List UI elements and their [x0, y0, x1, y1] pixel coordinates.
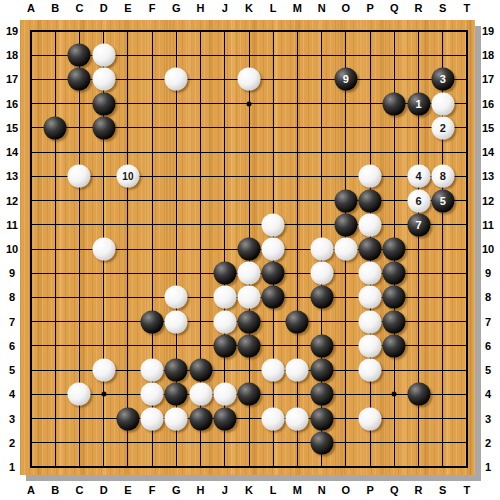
stone-white-M5[interactable] [286, 359, 309, 382]
coord-label-bottom-M: M [293, 484, 302, 496]
move-number-2: 2 [431, 116, 454, 139]
coord-label-right-7: 7 [485, 316, 491, 328]
stone-white-J7[interactable] [213, 310, 236, 333]
move-number-10: 10 [116, 165, 139, 188]
stone-black-K6[interactable] [238, 334, 261, 357]
stone-black-O11[interactable] [334, 213, 357, 236]
coord-label-bottom-L: L [270, 484, 277, 496]
stone-black-N8[interactable] [310, 286, 333, 309]
coord-label-left-2: 2 [9, 437, 15, 449]
coord-label-top-A: A [27, 2, 35, 14]
stone-black-N4[interactable] [310, 383, 333, 406]
coord-label-top-N: N [318, 2, 326, 14]
stone-white-D18[interactable] [92, 44, 115, 67]
coord-label-top-J: J [222, 2, 228, 14]
stone-white-F3[interactable] [141, 407, 164, 430]
stone-black-L9[interactable] [262, 262, 285, 285]
coord-label-right-8: 8 [485, 291, 491, 303]
stone-white-F5[interactable] [141, 359, 164, 382]
stone-black-K10[interactable] [238, 238, 261, 261]
coord-label-bottom-B: B [51, 484, 59, 496]
stone-black-J3[interactable] [213, 407, 236, 430]
stone-black-E3[interactable] [116, 407, 139, 430]
stone-white-P7[interactable] [359, 310, 382, 333]
coord-label-top-Q: Q [390, 2, 399, 14]
stone-black-P12[interactable] [359, 189, 382, 212]
stone-white-G3[interactable] [165, 407, 188, 430]
coord-label-left-13: 13 [6, 170, 18, 182]
coord-label-bottom-T: T [464, 484, 471, 496]
coord-label-right-18: 18 [482, 49, 494, 61]
coord-label-left-7: 7 [9, 316, 15, 328]
coord-label-right-6: 6 [485, 340, 491, 352]
stone-white-P11[interactable] [359, 213, 382, 236]
coord-label-bottom-S: S [439, 484, 446, 496]
coord-label-left-17: 17 [6, 73, 18, 85]
coord-label-left-11: 11 [6, 219, 18, 231]
stone-black-Q16[interactable] [383, 92, 406, 115]
stone-black-K7[interactable] [238, 310, 261, 333]
stone-black-Q7[interactable] [383, 310, 406, 333]
stone-black-G5[interactable] [165, 359, 188, 382]
coord-label-top-T: T [464, 2, 471, 14]
stone-black-O12[interactable] [334, 189, 357, 212]
coord-label-bottom-R: R [415, 484, 423, 496]
stone-white-J8[interactable] [213, 286, 236, 309]
stone-white-N10[interactable] [310, 238, 333, 261]
move-number-9: 9 [334, 68, 357, 91]
stone-black-Q6[interactable] [383, 334, 406, 357]
coord-label-bottom-C: C [75, 484, 83, 496]
coord-label-bottom-O: O [342, 484, 351, 496]
coord-label-right-10: 10 [482, 243, 494, 255]
stone-black-S12[interactable]: 5 [431, 189, 454, 212]
stone-white-K8[interactable] [238, 286, 261, 309]
coord-label-right-9: 9 [485, 267, 491, 279]
stone-white-N9[interactable] [310, 262, 333, 285]
stone-black-R16[interactable]: 1 [407, 92, 430, 115]
stone-white-K17[interactable] [238, 68, 261, 91]
coord-label-bottom-G: G [172, 484, 181, 496]
coord-label-left-14: 14 [6, 146, 18, 158]
stone-white-J4[interactable] [213, 383, 236, 406]
coord-label-top-S: S [439, 2, 446, 14]
stone-white-G17[interactable] [165, 68, 188, 91]
star-point-K16 [247, 101, 252, 106]
coord-label-bottom-A: A [27, 484, 35, 496]
move-number-3: 3 [431, 68, 454, 91]
stone-black-Q10[interactable] [383, 238, 406, 261]
coord-label-left-12: 12 [6, 195, 18, 207]
coord-label-right-13: 13 [482, 170, 494, 182]
stone-white-M3[interactable] [286, 407, 309, 430]
stone-black-S17[interactable]: 3 [431, 68, 454, 91]
stone-black-N5[interactable] [310, 359, 333, 382]
stone-white-G7[interactable] [165, 310, 188, 333]
stone-white-O10[interactable] [334, 238, 357, 261]
coord-label-left-8: 8 [9, 291, 15, 303]
stone-black-J9[interactable] [213, 262, 236, 285]
coord-label-bottom-J: J [222, 484, 228, 496]
stone-black-H3[interactable] [189, 407, 212, 430]
coord-label-top-O: O [342, 2, 351, 14]
coord-label-top-P: P [366, 2, 373, 14]
stone-black-H5[interactable] [189, 359, 212, 382]
coord-label-top-R: R [415, 2, 423, 14]
stone-white-H4[interactable] [189, 383, 212, 406]
stone-white-R12[interactable]: 6 [407, 189, 430, 212]
coord-label-right-17: 17 [482, 73, 494, 85]
stone-white-G8[interactable] [165, 286, 188, 309]
coord-label-left-16: 16 [6, 98, 18, 110]
stone-black-R11[interactable]: 7 [407, 213, 430, 236]
stone-white-S13[interactable]: 8 [431, 165, 454, 188]
coord-label-bottom-D: D [100, 484, 108, 496]
coord-label-right-12: 12 [482, 195, 494, 207]
stone-white-D5[interactable] [92, 359, 115, 382]
stone-black-B15[interactable] [44, 116, 67, 139]
coord-label-bottom-E: E [124, 484, 131, 496]
stone-black-F7[interactable] [141, 310, 164, 333]
coord-label-left-6: 6 [9, 340, 15, 352]
coord-label-right-15: 15 [482, 122, 494, 134]
coord-label-left-18: 18 [6, 49, 18, 61]
coord-label-right-4: 4 [485, 388, 491, 400]
coord-label-bottom-P: P [366, 484, 373, 496]
stone-white-P3[interactable] [359, 407, 382, 430]
coord-label-bottom-N: N [318, 484, 326, 496]
star-point-D4 [101, 392, 106, 397]
stone-white-L5[interactable] [262, 359, 285, 382]
stone-black-L8[interactable] [262, 286, 285, 309]
stone-black-N2[interactable] [310, 431, 333, 454]
coord-label-top-F: F [149, 2, 156, 14]
coord-label-top-C: C [75, 2, 83, 14]
stone-white-P8[interactable] [359, 286, 382, 309]
stone-black-C17[interactable] [68, 68, 91, 91]
stone-white-P13[interactable] [359, 165, 382, 188]
grid-line-horizontal-3 [31, 418, 468, 419]
stone-white-D10[interactable] [92, 238, 115, 261]
stone-white-F4[interactable] [141, 383, 164, 406]
stone-black-N3[interactable] [310, 407, 333, 430]
coord-label-right-2: 2 [485, 437, 491, 449]
stone-white-K9[interactable] [238, 262, 261, 285]
grid-line-vertical-M [297, 31, 298, 468]
stone-white-S15[interactable]: 2 [431, 116, 454, 139]
stone-white-E13[interactable]: 10 [116, 165, 139, 188]
coord-label-left-3: 3 [9, 413, 15, 425]
stone-white-P5[interactable] [359, 359, 382, 382]
stone-black-O17[interactable]: 9 [334, 68, 357, 91]
stone-black-D16[interactable] [92, 92, 115, 115]
stone-black-N6[interactable] [310, 334, 333, 357]
coord-label-left-19: 19 [6, 25, 18, 37]
coord-label-top-L: L [270, 2, 277, 14]
stone-black-D15[interactable] [92, 116, 115, 139]
grid-line-horizontal-1 [30, 466, 468, 468]
move-number-6: 6 [407, 189, 430, 212]
coord-label-left-4: 4 [9, 388, 15, 400]
stone-black-J6[interactable] [213, 334, 236, 357]
move-number-4: 4 [407, 165, 430, 188]
board-surface[interactable]: 93121048657 [20, 20, 475, 475]
coord-label-right-16: 16 [482, 98, 494, 110]
coord-label-top-E: E [124, 2, 131, 14]
coord-label-right-19: 19 [482, 25, 494, 37]
stone-white-P9[interactable] [359, 262, 382, 285]
coord-label-bottom-F: F [149, 484, 156, 496]
move-number-8: 8 [431, 165, 454, 188]
coord-label-top-H: H [197, 2, 205, 14]
coord-label-top-B: B [51, 2, 59, 14]
coord-label-right-3: 3 [485, 413, 491, 425]
coord-label-right-11: 11 [482, 219, 494, 231]
stone-white-D17[interactable] [92, 68, 115, 91]
stone-black-Q9[interactable] [383, 262, 406, 285]
coord-label-bottom-H: H [197, 484, 205, 496]
move-number-1: 1 [407, 92, 430, 115]
move-number-7: 7 [407, 213, 430, 236]
stone-black-M7[interactable] [286, 310, 309, 333]
coord-label-left-10: 10 [6, 243, 18, 255]
stone-black-K4[interactable] [238, 383, 261, 406]
grid-line-horizontal-2 [31, 442, 468, 443]
stone-white-R13[interactable]: 4 [407, 165, 430, 188]
stone-white-L11[interactable] [262, 213, 285, 236]
coord-label-top-D: D [100, 2, 108, 14]
stone-black-C18[interactable] [68, 44, 91, 67]
stone-white-L3[interactable] [262, 407, 285, 430]
coord-label-right-1: 1 [485, 461, 491, 473]
stone-white-C4[interactable] [68, 383, 91, 406]
stone-black-R4[interactable] [407, 383, 430, 406]
coord-label-left-1: 1 [9, 461, 15, 473]
coord-label-top-K: K [245, 2, 253, 14]
coord-label-top-M: M [293, 2, 302, 14]
coord-label-top-G: G [172, 2, 181, 14]
grid-line-vertical-T [466, 30, 468, 468]
move-number-5: 5 [431, 189, 454, 212]
star-point-Q4 [392, 392, 397, 397]
coord-label-right-5: 5 [485, 364, 491, 376]
stone-black-Q8[interactable] [383, 286, 406, 309]
stone-black-P10[interactable] [359, 238, 382, 261]
go-board-viewer: ABCDEFGHJKLMNOPQRST ABCDEFGHJKLMNOPQRST … [0, 0, 500, 500]
coord-label-bottom-K: K [245, 484, 253, 496]
stone-white-C13[interactable] [68, 165, 91, 188]
stone-white-S16[interactable] [431, 92, 454, 115]
stone-black-G4[interactable] [165, 383, 188, 406]
coord-label-left-5: 5 [9, 364, 15, 376]
stone-white-L10[interactable] [262, 238, 285, 261]
coord-label-right-14: 14 [482, 146, 494, 158]
coord-label-left-15: 15 [6, 122, 18, 134]
stone-white-P6[interactable] [359, 334, 382, 357]
coord-label-left-9: 9 [9, 267, 15, 279]
coord-label-bottom-Q: Q [390, 484, 399, 496]
